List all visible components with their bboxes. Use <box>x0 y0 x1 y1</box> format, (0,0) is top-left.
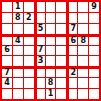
sudoku-empty-cell-r8c3[interactable] <box>24 78 34 88</box>
sudoku-empty-cell-r4c9[interactable] <box>89 35 99 45</box>
sudoku-empty-cell-r1c3[interactable] <box>24 2 34 12</box>
sudoku-empty-cell-r8c8[interactable] <box>78 78 88 88</box>
sudoku-empty-cell-r8c2[interactable] <box>13 78 23 88</box>
sudoku-empty-cell-r2c8[interactable] <box>78 13 88 23</box>
sudoku-empty-cell-r9c6[interactable] <box>56 89 66 99</box>
sudoku-empty-cell-r2c6[interactable] <box>56 13 66 23</box>
sudoku-empty-cell-r9c3[interactable] <box>24 89 34 99</box>
sudoku-empty-cell-r6c9[interactable] <box>89 56 99 66</box>
sudoku-empty-cell-r1c8[interactable] <box>78 2 88 12</box>
sudoku-given-cell-r4c7: 6 <box>67 35 77 45</box>
sudoku-empty-cell-r3c8[interactable] <box>78 24 88 34</box>
sudoku-given-cell-r6c4: 3 <box>35 56 45 66</box>
sudoku-empty-cell-r9c9[interactable] <box>89 89 99 99</box>
sudoku-given-cell-r8c5: 8 <box>46 78 56 88</box>
sudoku-empty-cell-r6c7[interactable] <box>67 56 77 66</box>
sudoku-empty-cell-r3c1[interactable] <box>2 24 12 34</box>
sudoku-empty-cell-r4c4[interactable] <box>35 35 45 45</box>
sudoku-empty-cell-r5c8[interactable] <box>78 46 88 56</box>
sudoku-given-cell-r4c8: 8 <box>78 35 88 45</box>
sudoku-empty-cell-r6c6[interactable] <box>56 56 66 66</box>
sudoku-empty-cell-r9c8[interactable] <box>78 89 88 99</box>
sudoku-empty-cell-r9c4[interactable] <box>35 89 45 99</box>
sudoku-board: 19825746867372481 <box>0 0 101 101</box>
sudoku-empty-cell-r5c7[interactable] <box>67 46 77 56</box>
sudoku-given-cell-r2c2: 8 <box>13 13 23 23</box>
sudoku-empty-cell-r8c6[interactable] <box>56 78 66 88</box>
sudoku-given-cell-r5c1: 6 <box>2 46 12 56</box>
sudoku-given-cell-r4c2: 4 <box>13 35 23 45</box>
sudoku-empty-cell-r5c9[interactable] <box>89 46 99 56</box>
sudoku-given-cell-r1c2: 1 <box>13 2 23 12</box>
sudoku-empty-cell-r4c3[interactable] <box>24 35 34 45</box>
sudoku-empty-cell-r5c5[interactable] <box>46 46 56 56</box>
sudoku-empty-cell-r1c1[interactable] <box>2 2 12 12</box>
sudoku-empty-cell-r2c9[interactable] <box>89 13 99 23</box>
sudoku-empty-cell-r4c1[interactable] <box>2 35 12 45</box>
sudoku-empty-cell-r2c4[interactable] <box>35 13 45 23</box>
sudoku-empty-cell-r3c2[interactable] <box>13 24 23 34</box>
sudoku-empty-cell-r7c6[interactable] <box>56 67 66 77</box>
sudoku-empty-cell-r6c5[interactable] <box>46 56 56 66</box>
sudoku-empty-cell-r7c4[interactable] <box>35 67 45 77</box>
sudoku-empty-cell-r1c7[interactable] <box>67 2 77 12</box>
sudoku-given-cell-r5c4: 7 <box>35 46 45 56</box>
sudoku-given-cell-r3c7: 7 <box>67 24 77 34</box>
sudoku-empty-cell-r3c6[interactable] <box>56 24 66 34</box>
sudoku-empty-cell-r2c1[interactable] <box>2 13 12 23</box>
sudoku-empty-cell-r6c1[interactable] <box>2 56 12 66</box>
sudoku-empty-cell-r5c3[interactable] <box>24 46 34 56</box>
sudoku-empty-cell-r3c5[interactable] <box>46 24 56 34</box>
sudoku-empty-cell-r2c5[interactable] <box>46 13 56 23</box>
sudoku-empty-cell-r3c9[interactable] <box>89 24 99 34</box>
sudoku-empty-cell-r1c5[interactable] <box>46 2 56 12</box>
sudoku-empty-cell-r5c2[interactable] <box>13 46 23 56</box>
sudoku-given-cell-r1c9: 9 <box>89 2 99 12</box>
sudoku-empty-cell-r1c4[interactable] <box>35 2 45 12</box>
sudoku-empty-cell-r1c6[interactable] <box>56 2 66 12</box>
sudoku-empty-cell-r7c2[interactable] <box>13 67 23 77</box>
sudoku-empty-cell-r9c2[interactable] <box>13 89 23 99</box>
sudoku-empty-cell-r5c6[interactable] <box>56 46 66 56</box>
sudoku-given-cell-r2c3: 2 <box>24 13 34 23</box>
sudoku-empty-cell-r6c8[interactable] <box>78 56 88 66</box>
sudoku-empty-cell-r8c9[interactable] <box>89 78 99 88</box>
sudoku-empty-cell-r7c8[interactable] <box>78 67 88 77</box>
sudoku-empty-cell-r7c3[interactable] <box>24 67 34 77</box>
sudoku-given-cell-r3c4: 5 <box>35 24 45 34</box>
sudoku-empty-cell-r4c5[interactable] <box>46 35 56 45</box>
sudoku-given-cell-r7c7: 2 <box>67 67 77 77</box>
sudoku-empty-cell-r9c1[interactable] <box>2 89 12 99</box>
sudoku-empty-cell-r6c2[interactable] <box>13 56 23 66</box>
sudoku-empty-cell-r8c7[interactable] <box>67 78 77 88</box>
sudoku-given-cell-r9c5: 1 <box>46 89 56 99</box>
sudoku-given-cell-r7c1: 7 <box>2 67 12 77</box>
sudoku-empty-cell-r9c7[interactable] <box>67 89 77 99</box>
sudoku-empty-cell-r7c9[interactable] <box>89 67 99 77</box>
sudoku-empty-cell-r7c5[interactable] <box>46 67 56 77</box>
sudoku-empty-cell-r4c6[interactable] <box>56 35 66 45</box>
sudoku-given-cell-r8c1: 4 <box>2 78 12 88</box>
sudoku-empty-cell-r6c3[interactable] <box>24 56 34 66</box>
sudoku-empty-cell-r3c3[interactable] <box>24 24 34 34</box>
sudoku-empty-cell-r2c7[interactable] <box>67 13 77 23</box>
sudoku-empty-cell-r8c4[interactable] <box>35 78 45 88</box>
